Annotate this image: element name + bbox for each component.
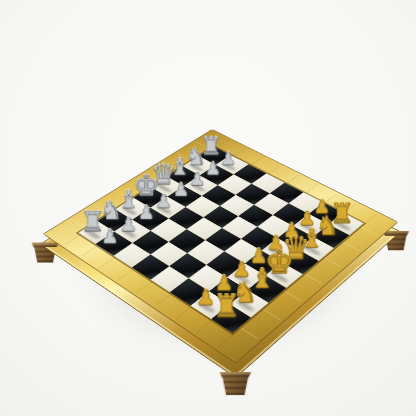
- piece-gold-rook[interactable]: ♜: [202, 291, 252, 321]
- piece-silver-pawn[interactable]: ♟: [87, 227, 132, 246]
- chess-scene: ♜♟♟♜♞♟♟♞♝♟♟♝♛♟♟♛♚♟♟♚♝♟♟♝♞♟♟♞♜♟♟♜: [0, 0, 416, 416]
- product-photo: ♜♟♟♜♞♟♟♞♝♟♟♝♛♟♟♛♚♟♟♚♝♟♟♝♞♟♟♞♜♟♟♜: [0, 0, 416, 416]
- chessboard: ♜♟♟♜♞♟♟♞♝♟♟♝♛♟♟♛♚♟♟♚♝♟♟♝♞♟♟♞♜♟♟♜: [44, 130, 397, 363]
- board-frame: ♜♟♟♜♞♟♟♞♝♟♟♝♛♟♟♛♚♟♟♚♝♟♟♝♞♟♟♞♜♟♟♜: [44, 130, 397, 363]
